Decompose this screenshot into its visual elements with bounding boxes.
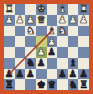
piece-black-pawn-h7[interactable]: ♟ [5, 69, 14, 79]
square-a1[interactable]: ♜ [78, 4, 89, 15]
piece-black-rook-a8[interactable]: ♜ [79, 80, 88, 90]
square-c5[interactable] [57, 47, 68, 58]
square-d4[interactable]: ♟ [47, 36, 58, 47]
square-c8[interactable] [57, 79, 68, 90]
square-b5[interactable] [68, 47, 79, 58]
square-d3[interactable]: ♝ [47, 26, 58, 37]
square-e5[interactable]: ♟ [36, 47, 47, 58]
square-d2[interactable] [47, 15, 58, 26]
square-h4[interactable] [4, 36, 15, 47]
piece-white-bishop-c1[interactable]: ♝ [58, 4, 67, 14]
piece-black-pawn-f7[interactable]: ♟ [26, 69, 35, 79]
piece-white-pawn-e5[interactable]: ♟ [37, 47, 46, 57]
square-g1[interactable] [15, 4, 26, 15]
square-c6[interactable] [57, 58, 68, 69]
piece-white-king-e1[interactable]: ♚ [37, 4, 46, 14]
square-a8[interactable]: ♜ [78, 79, 89, 90]
square-b8[interactable]: ♞ [68, 79, 79, 90]
square-a3[interactable] [78, 26, 89, 37]
chess-board: ♜♚♝♜♟♟♟♛♟♟♟♞♝♞♟♟♟♞♟♝♟♟♟♟♟♟♜♚♛♞♜ [4, 4, 89, 90]
square-c1[interactable]: ♝ [57, 4, 68, 15]
square-c4[interactable] [57, 36, 68, 47]
piece-white-bishop-d3[interactable]: ♝ [47, 26, 56, 36]
square-e8[interactable]: ♚ [36, 79, 47, 90]
square-c2[interactable]: ♟ [57, 15, 68, 26]
piece-black-pawn-e6[interactable]: ♟ [37, 58, 46, 68]
square-b6[interactable]: ♝ [68, 58, 79, 69]
piece-white-pawn-a2[interactable]: ♟ [79, 15, 88, 25]
piece-white-pawn-c2[interactable]: ♟ [58, 15, 67, 25]
square-g3[interactable] [15, 26, 26, 37]
square-h3[interactable] [4, 26, 15, 37]
piece-black-pawn-c7[interactable]: ♟ [58, 69, 67, 79]
piece-white-rook-h1[interactable]: ♜ [5, 4, 14, 14]
square-c7[interactable]: ♟ [57, 69, 68, 80]
square-h2[interactable]: ♟ [4, 15, 15, 26]
square-b7[interactable]: ♟ [68, 69, 79, 80]
square-a7[interactable]: ♟ [78, 69, 89, 80]
square-g4[interactable] [15, 36, 26, 47]
square-f1[interactable] [25, 4, 36, 15]
square-a2[interactable]: ♟ [78, 15, 89, 26]
square-g6[interactable] [15, 58, 26, 69]
piece-black-knight-f6[interactable]: ♞ [26, 58, 35, 68]
piece-white-pawn-d4[interactable]: ♟ [47, 37, 56, 47]
square-g7[interactable]: ♟ [15, 69, 26, 80]
square-e7[interactable] [36, 69, 47, 80]
square-f3[interactable]: ♞ [25, 26, 36, 37]
piece-black-pawn-b7[interactable]: ♟ [69, 69, 78, 79]
square-a6[interactable] [78, 58, 89, 69]
square-c3[interactable]: ♞ [57, 26, 68, 37]
piece-black-queen-d8[interactable]: ♛ [47, 80, 56, 90]
square-g5[interactable] [15, 47, 26, 58]
square-e2[interactable]: ♛ [36, 15, 47, 26]
piece-black-knight-b8[interactable]: ♞ [69, 80, 78, 90]
piece-black-king-e8[interactable]: ♚ [37, 80, 46, 90]
square-e1[interactable]: ♚ [36, 4, 47, 15]
piece-white-queen-e2[interactable]: ♛ [37, 15, 46, 25]
square-b3[interactable] [68, 26, 79, 37]
square-b4[interactable] [68, 36, 79, 47]
piece-white-rook-a1[interactable]: ♜ [79, 4, 88, 14]
square-f2[interactable]: ♟ [25, 15, 36, 26]
square-e4[interactable] [36, 36, 47, 47]
piece-black-bishop-b6[interactable]: ♝ [69, 58, 78, 68]
square-a5[interactable] [78, 47, 89, 58]
square-g2[interactable]: ♟ [15, 15, 26, 26]
piece-white-pawn-f2[interactable]: ♟ [26, 15, 35, 25]
square-d8[interactable]: ♛ [47, 79, 58, 90]
piece-white-knight-f3[interactable]: ♞ [26, 26, 35, 36]
square-a4[interactable] [78, 36, 89, 47]
square-f6[interactable]: ♞ [25, 58, 36, 69]
piece-white-knight-c3[interactable]: ♞ [58, 26, 67, 36]
square-g8[interactable] [15, 79, 26, 90]
piece-white-pawn-h2[interactable]: ♟ [5, 15, 14, 25]
square-b2[interactable]: ♟ [68, 15, 79, 26]
square-d1[interactable] [47, 4, 58, 15]
piece-black-pawn-a7[interactable]: ♟ [79, 69, 88, 79]
square-d6[interactable] [47, 58, 58, 69]
square-h8[interactable]: ♜ [4, 79, 15, 90]
square-f7[interactable]: ♟ [25, 69, 36, 80]
square-f8[interactable] [25, 79, 36, 90]
piece-black-rook-h8[interactable]: ♜ [5, 80, 14, 90]
square-d5[interactable]: ♟ [47, 47, 58, 58]
square-b1[interactable] [68, 4, 79, 15]
square-h1[interactable]: ♜ [4, 4, 15, 15]
piece-white-pawn-g2[interactable]: ♟ [15, 15, 24, 25]
board-frame: ♜♚♝♜♟♟♟♛♟♟♟♞♝♞♟♟♟♞♟♝♟♟♟♟♟♟♜♚♛♞♜ [0, 0, 93, 94]
piece-white-pawn-b2[interactable]: ♟ [69, 15, 78, 25]
square-e6[interactable]: ♟ [36, 58, 47, 69]
square-h5[interactable] [4, 47, 15, 58]
square-d7[interactable] [47, 69, 58, 80]
square-f4[interactable] [25, 36, 36, 47]
square-h7[interactable]: ♟ [4, 69, 15, 80]
square-e3[interactable] [36, 26, 47, 37]
piece-black-pawn-g7[interactable]: ♟ [15, 69, 24, 79]
square-f5[interactable] [25, 47, 36, 58]
piece-black-pawn-d5[interactable]: ♟ [47, 47, 56, 57]
square-h6[interactable] [4, 58, 15, 69]
